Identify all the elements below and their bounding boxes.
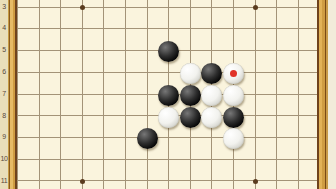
grid-cell (276, 28, 298, 50)
grid-cell (255, 7, 277, 29)
grid-line-extension (39, 0, 40, 7)
row-label-10: 10 (0, 155, 8, 163)
grid-cell (82, 115, 104, 137)
grid-cell (103, 50, 125, 72)
grid-cell (17, 7, 39, 29)
grid-cell (190, 28, 212, 50)
grid-cell (82, 72, 104, 94)
grid-cell (60, 72, 82, 94)
grid-cell (211, 7, 233, 29)
grid-cell (276, 159, 298, 181)
grid-cell (255, 159, 277, 181)
grid-cell (190, 7, 212, 29)
grid-cell (82, 137, 104, 159)
grid-cell (276, 94, 298, 116)
grid-cell (233, 159, 255, 181)
grid-line-extension (147, 0, 148, 7)
stone-black-c7-r9 (137, 128, 158, 149)
grid-cell (60, 28, 82, 50)
grid-cell (211, 28, 233, 50)
grid-cell (17, 159, 39, 181)
stone-white-c8-r8 (158, 107, 179, 128)
row-label-4: 4 (0, 24, 8, 32)
grid-cell (39, 115, 61, 137)
row-label-8: 8 (0, 112, 8, 120)
grid-cell (276, 7, 298, 29)
grid-line-extension (39, 181, 40, 189)
grid-cell (39, 28, 61, 50)
stone-white-c11-r6 (223, 63, 244, 84)
grid-cell (276, 50, 298, 72)
row-label-7: 7 (0, 90, 8, 98)
grid-cell (233, 7, 255, 29)
grid-cell (125, 28, 147, 50)
grid-cell (17, 28, 39, 50)
grid-cell (17, 137, 39, 159)
grid-line-extension (298, 0, 299, 7)
grid-line-extension (168, 0, 169, 7)
board-frame-right (317, 0, 328, 189)
gomoku-app-screen: 34567891011 (0, 0, 336, 189)
row-label-5: 5 (0, 46, 8, 54)
grid-cell (125, 50, 147, 72)
star-point (80, 5, 85, 10)
grid-cell (39, 72, 61, 94)
row-label-gutter: 34567891011 (0, 0, 8, 189)
grid-line-extension (298, 181, 299, 189)
grid-cell (17, 94, 39, 116)
grid-cell (82, 7, 104, 29)
grid-cell (60, 159, 82, 181)
row-label-6: 6 (0, 68, 8, 76)
grid-cell (233, 28, 255, 50)
grid-cell (255, 50, 277, 72)
grid-cell (190, 159, 212, 181)
grid-cell (276, 137, 298, 159)
grid-cell (125, 7, 147, 29)
grid-cell (255, 137, 277, 159)
grid-cell (125, 94, 147, 116)
grid-line-extension (233, 181, 234, 189)
grid-line-extension (125, 181, 126, 189)
star-point (253, 179, 258, 184)
grid-cell (103, 137, 125, 159)
grid-cell (103, 7, 125, 29)
grid-cell (276, 72, 298, 94)
grid-cell (168, 159, 190, 181)
grid-line-extension (276, 0, 277, 7)
grid-cell (103, 28, 125, 50)
grid-cell (103, 115, 125, 137)
board-frame-left (8, 0, 17, 189)
grid-cell (60, 94, 82, 116)
star-point (253, 5, 258, 10)
grid-line-extension (168, 181, 169, 189)
grid-cell (255, 115, 277, 137)
grid-line-extension (60, 0, 61, 7)
grid-cell (103, 94, 125, 116)
grid-cell (103, 72, 125, 94)
grid-line-extension (103, 181, 104, 189)
stone-black-c9-r8 (180, 107, 201, 128)
grid-cell (17, 72, 39, 94)
grid-cell (39, 137, 61, 159)
grid-cell (103, 159, 125, 181)
grid-line-extension (211, 0, 212, 7)
grid-cell (276, 115, 298, 137)
grid-cell (82, 159, 104, 181)
grid-cell (255, 94, 277, 116)
grid-cell (39, 50, 61, 72)
grid-cell (39, 94, 61, 116)
grid-cell (190, 137, 212, 159)
grid-cell (82, 94, 104, 116)
grid-line-extension (60, 181, 61, 189)
grid-cell (147, 7, 169, 29)
stone-black-c8-r7 (158, 85, 179, 106)
grid-line-extension (190, 0, 191, 7)
grid-cell (125, 159, 147, 181)
grid-cell (147, 159, 169, 181)
grid-line-extension (103, 0, 104, 7)
grid-cell (60, 137, 82, 159)
last-move-marker (230, 70, 237, 77)
grid-line-extension (125, 0, 126, 7)
grid-cell (17, 50, 39, 72)
grid-cell (82, 28, 104, 50)
gomoku-board[interactable] (17, 0, 317, 189)
grid-cell (60, 7, 82, 29)
row-label-11: 11 (0, 177, 8, 185)
grid-cell (255, 28, 277, 50)
grid-cell (168, 137, 190, 159)
star-point (80, 179, 85, 184)
stone-white-c10-r7 (201, 85, 222, 106)
row-label-3: 3 (0, 3, 8, 11)
grid-line-extension (190, 181, 191, 189)
grid-line-extension (233, 0, 234, 7)
grid-line-extension (17, 181, 18, 189)
row-label-9: 9 (0, 133, 8, 141)
grid-cell (60, 115, 82, 137)
grid-line-extension (211, 181, 212, 189)
grid-line-extension (17, 0, 18, 7)
grid-cell (82, 50, 104, 72)
grid-cell (17, 115, 39, 137)
stone-black-c9-r7 (180, 85, 201, 106)
grid-cell (39, 7, 61, 29)
grid-line-extension (147, 181, 148, 189)
grid-line-extension (276, 181, 277, 189)
stone-white-c9-r6 (180, 63, 201, 84)
grid-cell (211, 159, 233, 181)
grid-cell (255, 72, 277, 94)
stone-black-c11-r8 (223, 107, 244, 128)
grid-cell (39, 159, 61, 181)
grid-cell (60, 50, 82, 72)
stone-white-c10-r8 (201, 107, 222, 128)
grid-cell (168, 7, 190, 29)
grid-cell (125, 72, 147, 94)
stone-white-c11-r7 (223, 85, 244, 106)
